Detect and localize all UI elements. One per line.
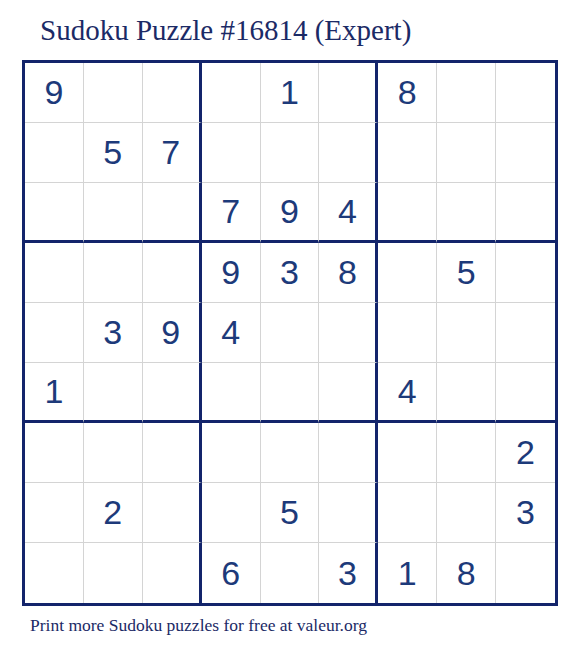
empty-cell-r8c3[interactable]	[143, 483, 202, 543]
empty-cell-r8c1[interactable]	[25, 483, 84, 543]
given-cell-r9c8[interactable]: 8	[437, 543, 496, 603]
empty-cell-r9c5[interactable]	[261, 543, 320, 603]
given-cell-r6c7[interactable]: 4	[378, 363, 437, 423]
empty-cell-r6c8[interactable]	[437, 363, 496, 423]
empty-cell-r4c9[interactable]	[496, 243, 555, 303]
empty-cell-r5c5[interactable]	[261, 303, 320, 363]
empty-cell-r3c7[interactable]	[378, 183, 437, 243]
empty-cell-r3c8[interactable]	[437, 183, 496, 243]
sudoku-grid: 9185779493853941422536318	[22, 60, 558, 606]
empty-cell-r6c2[interactable]	[84, 363, 143, 423]
empty-cell-r7c1[interactable]	[25, 423, 84, 483]
empty-cell-r5c9[interactable]	[496, 303, 555, 363]
empty-cell-r9c9[interactable]	[496, 543, 555, 603]
empty-cell-r7c4[interactable]	[202, 423, 261, 483]
empty-cell-r1c9[interactable]	[496, 63, 555, 123]
empty-cell-r4c1[interactable]	[25, 243, 84, 303]
empty-cell-r7c6[interactable]	[319, 423, 378, 483]
empty-cell-r7c3[interactable]	[143, 423, 202, 483]
given-cell-r2c3[interactable]: 7	[143, 123, 202, 183]
given-cell-r4c5[interactable]: 3	[261, 243, 320, 303]
empty-cell-r4c3[interactable]	[143, 243, 202, 303]
empty-cell-r2c9[interactable]	[496, 123, 555, 183]
empty-cell-r5c8[interactable]	[437, 303, 496, 363]
empty-cell-r6c6[interactable]	[319, 363, 378, 423]
empty-cell-r5c7[interactable]	[378, 303, 437, 363]
empty-cell-r7c2[interactable]	[84, 423, 143, 483]
empty-cell-r8c7[interactable]	[378, 483, 437, 543]
empty-cell-r7c8[interactable]	[437, 423, 496, 483]
page-title: Sudoku Puzzle #16814 (Expert)	[40, 14, 411, 47]
footer-text: Print more Sudoku puzzles for free at va…	[30, 615, 367, 636]
empty-cell-r1c8[interactable]	[437, 63, 496, 123]
empty-cell-r1c3[interactable]	[143, 63, 202, 123]
empty-cell-r6c4[interactable]	[202, 363, 261, 423]
empty-cell-r6c9[interactable]	[496, 363, 555, 423]
empty-cell-r3c2[interactable]	[84, 183, 143, 243]
empty-cell-r3c3[interactable]	[143, 183, 202, 243]
given-cell-r4c8[interactable]: 5	[437, 243, 496, 303]
given-cell-r4c6[interactable]: 8	[319, 243, 378, 303]
empty-cell-r1c6[interactable]	[319, 63, 378, 123]
given-cell-r2c2[interactable]: 5	[84, 123, 143, 183]
given-cell-r1c5[interactable]: 1	[261, 63, 320, 123]
empty-cell-r1c4[interactable]	[202, 63, 261, 123]
empty-cell-r2c1[interactable]	[25, 123, 84, 183]
given-cell-r4c4[interactable]: 9	[202, 243, 261, 303]
empty-cell-r6c5[interactable]	[261, 363, 320, 423]
given-cell-r5c2[interactable]: 3	[84, 303, 143, 363]
given-cell-r1c7[interactable]: 8	[378, 63, 437, 123]
empty-cell-r4c7[interactable]	[378, 243, 437, 303]
empty-cell-r2c8[interactable]	[437, 123, 496, 183]
empty-cell-r5c6[interactable]	[319, 303, 378, 363]
empty-cell-r1c2[interactable]	[84, 63, 143, 123]
empty-cell-r2c7[interactable]	[378, 123, 437, 183]
empty-cell-r4c2[interactable]	[84, 243, 143, 303]
given-cell-r1c1[interactable]: 9	[25, 63, 84, 123]
empty-cell-r8c4[interactable]	[202, 483, 261, 543]
empty-cell-r2c4[interactable]	[202, 123, 261, 183]
empty-cell-r9c3[interactable]	[143, 543, 202, 603]
empty-cell-r6c3[interactable]	[143, 363, 202, 423]
given-cell-r6c1[interactable]: 1	[25, 363, 84, 423]
empty-cell-r3c9[interactable]	[496, 183, 555, 243]
given-cell-r3c6[interactable]: 4	[319, 183, 378, 243]
empty-cell-r3c1[interactable]	[25, 183, 84, 243]
given-cell-r9c7[interactable]: 1	[378, 543, 437, 603]
given-cell-r9c6[interactable]: 3	[319, 543, 378, 603]
given-cell-r3c5[interactable]: 9	[261, 183, 320, 243]
empty-cell-r9c2[interactable]	[84, 543, 143, 603]
empty-cell-r7c7[interactable]	[378, 423, 437, 483]
given-cell-r5c3[interactable]: 9	[143, 303, 202, 363]
given-cell-r8c5[interactable]: 5	[261, 483, 320, 543]
given-cell-r5c4[interactable]: 4	[202, 303, 261, 363]
given-cell-r7c9[interactable]: 2	[496, 423, 555, 483]
empty-cell-r8c8[interactable]	[437, 483, 496, 543]
given-cell-r8c2[interactable]: 2	[84, 483, 143, 543]
empty-cell-r8c6[interactable]	[319, 483, 378, 543]
given-cell-r3c4[interactable]: 7	[202, 183, 261, 243]
sudoku-page: Sudoku Puzzle #16814 (Expert) 9185779493…	[0, 0, 580, 651]
given-cell-r9c4[interactable]: 6	[202, 543, 261, 603]
empty-cell-r2c5[interactable]	[261, 123, 320, 183]
empty-cell-r9c1[interactable]	[25, 543, 84, 603]
given-cell-r8c9[interactable]: 3	[496, 483, 555, 543]
empty-cell-r5c1[interactable]	[25, 303, 84, 363]
empty-cell-r7c5[interactable]	[261, 423, 320, 483]
empty-cell-r2c6[interactable]	[319, 123, 378, 183]
